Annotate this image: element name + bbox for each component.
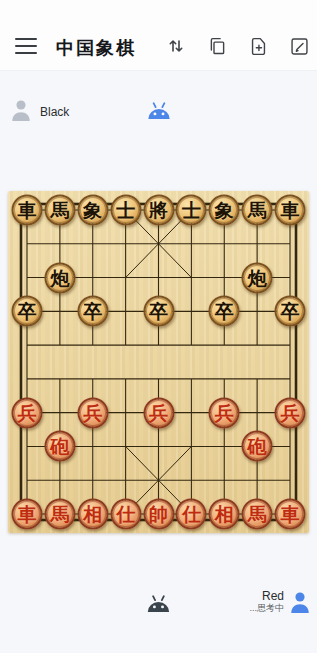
red-player-name: Red (262, 590, 284, 603)
black-player-avatar-icon (10, 98, 32, 122)
piece-black-cannon[interactable]: 炮 (242, 262, 273, 293)
android-robot-icon-top[interactable] (145, 100, 172, 121)
piece-red-horse[interactable]: 馬 (44, 499, 75, 530)
app-bar: 中国象棋 (0, 0, 317, 71)
piece-black-chariot[interactable]: 車 (275, 195, 306, 226)
piece-red-elephant[interactable]: 相 (77, 499, 108, 530)
red-player-status: ...思考中 (249, 603, 284, 614)
edit-button[interactable] (288, 35, 310, 57)
piece-red-horse[interactable]: 馬 (242, 499, 273, 530)
piece-black-cannon[interactable]: 炮 (44, 262, 75, 293)
piece-black-general[interactable]: 將 (143, 195, 174, 226)
piece-black-advisor[interactable]: 士 (110, 195, 141, 226)
piece-red-advisor[interactable]: 仕 (176, 499, 207, 530)
piece-black-horse[interactable]: 馬 (44, 195, 75, 226)
piece-red-advisor[interactable]: 仕 (110, 499, 141, 530)
board-grid-lines (8, 191, 309, 533)
piece-black-elephant[interactable]: 象 (209, 195, 240, 226)
piece-red-soldier[interactable]: 兵 (275, 397, 306, 428)
piece-red-chariot[interactable]: 車 (275, 499, 306, 530)
black-player-row: Black (0, 98, 317, 126)
piece-black-chariot[interactable]: 車 (12, 195, 43, 226)
piece-black-horse[interactable]: 馬 (242, 195, 273, 226)
red-player-texts: Red ...思考中 (249, 590, 284, 614)
android-robot-icon-bottom[interactable] (144, 593, 171, 614)
xiangqi-board[interactable]: 車馬象士將士象馬車炮炮卒卒卒卒卒兵兵兵兵兵砲砲車馬相仕帥仕相馬車 (8, 191, 309, 533)
piece-black-soldier[interactable]: 卒 (77, 296, 108, 327)
piece-red-soldier[interactable]: 兵 (12, 397, 43, 428)
piece-black-soldier[interactable]: 卒 (275, 296, 306, 327)
copy-button[interactable] (206, 35, 228, 57)
piece-red-cannon[interactable]: 砲 (242, 431, 273, 462)
note-add-button[interactable] (247, 35, 269, 57)
red-player-group: Red ...思考中 (249, 590, 311, 614)
piece-red-elephant[interactable]: 相 (209, 499, 240, 530)
red-player-avatar-icon (289, 590, 311, 614)
red-player-row: Red ...思考中 (0, 588, 317, 622)
piece-red-soldier[interactable]: 兵 (209, 397, 240, 428)
menu-icon[interactable] (15, 37, 37, 55)
swap-vertical-icon (168, 37, 184, 55)
black-player-name: Black (40, 105, 69, 119)
swap-vertical-button[interactable] (165, 35, 187, 57)
piece-red-cannon[interactable]: 砲 (44, 431, 75, 462)
note-add-icon (248, 36, 269, 57)
piece-black-soldier[interactable]: 卒 (143, 296, 174, 327)
edit-icon (289, 36, 310, 57)
piece-black-soldier[interactable]: 卒 (12, 296, 43, 327)
piece-red-soldier[interactable]: 兵 (77, 397, 108, 428)
copy-icon (207, 36, 228, 57)
piece-red-soldier[interactable]: 兵 (143, 397, 174, 428)
toolbar-actions (165, 35, 310, 57)
piece-black-elephant[interactable]: 象 (77, 195, 108, 226)
piece-black-soldier[interactable]: 卒 (209, 296, 240, 327)
page-title: 中国象棋 (56, 36, 136, 60)
piece-red-general[interactable]: 帥 (143, 499, 174, 530)
piece-black-advisor[interactable]: 士 (176, 195, 207, 226)
piece-red-chariot[interactable]: 車 (12, 499, 43, 530)
